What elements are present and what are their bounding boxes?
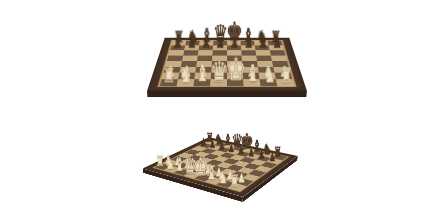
- board-inner-border: ♜♞♝♛♚♝♞♜♟♟♟♟♟♟♟♟♟♟♟♟♟♟♟♟♜♞♝♛♚♝♞♜: [152, 140, 289, 193]
- white-knight: ♞: [262, 64, 276, 85]
- black-pawn: ♟: [230, 37, 239, 50]
- white-bishop: ♝: [245, 62, 260, 85]
- black-pawn: ♟: [247, 147, 254, 158]
- white-rook: ♜: [279, 66, 292, 86]
- board-squares: ♜♞♝♛♚♝♞♜♟♟♟♟♟♟♟♟♟♟♟♟♟♟♟♟♜♞♝♛♚♝♞♜: [154, 140, 287, 191]
- black-pawn: ♟: [258, 149, 265, 160]
- square-h5: [271, 56, 287, 61]
- white-rook: ♜: [155, 153, 165, 168]
- square-h1: ♜: [276, 79, 294, 86]
- white-knight: ♞: [217, 169, 228, 186]
- white-rook: ♜: [162, 66, 175, 86]
- square-d1: ♛: [210, 79, 227, 86]
- black-pawn: ♟: [258, 37, 267, 50]
- square-f1: ♝: [243, 79, 260, 86]
- square-g6: [255, 50, 270, 55]
- square-a1: ♜: [160, 79, 178, 86]
- white-knight: ♞: [178, 64, 192, 85]
- black-pawn: ♟: [272, 37, 281, 50]
- black-pawn: ♟: [216, 37, 225, 50]
- square-a5: [167, 56, 183, 61]
- square-a6: [169, 50, 185, 55]
- black-pawn: ♟: [228, 143, 235, 154]
- black-pawn: ♟: [237, 145, 244, 156]
- white-bishop: ♝: [194, 62, 209, 85]
- black-pawn: ♟: [268, 151, 275, 162]
- square-g1: ♞: [260, 79, 278, 86]
- chess-set-view-2: ♜♞♝♛♚♝♞♜♟♟♟♟♟♟♟♟♟♟♟♟♟♟♟♟♜♞♝♛♚♝♞♜: [118, 92, 328, 221]
- white-rook: ♜: [229, 172, 240, 189]
- square-h6: [270, 50, 286, 55]
- white-king: ♚: [225, 54, 245, 85]
- chess-board: ♜♞♝♛♚♝♞♜♟♟♟♟♟♟♟♟♟♟♟♟♟♟♟♟♜♞♝♛♚♝♞♜: [143, 137, 298, 197]
- board-squares: ♜♞♝♛♚♝♞♜♟♟♟♟♟♟♟♟♟♟♟♟♟♟♟♟♜♞♝♛♚♝♞♜: [160, 41, 294, 86]
- board-inner-border: ♜♞♝♛♚♝♞♜♟♟♟♟♟♟♟♟♟♟♟♟♟♟♟♟♜♞♝♛♚♝♞♜: [157, 40, 296, 87]
- white-bishop: ♝: [205, 164, 217, 183]
- black-pawn: ♟: [201, 37, 210, 50]
- square-e1: ♚: [227, 79, 244, 86]
- black-pawn: ♟: [209, 139, 216, 149]
- black-pawn: ♟: [218, 141, 225, 151]
- black-pawn: ♟: [173, 37, 182, 50]
- square-b6: [183, 50, 198, 55]
- square-b1: ♞: [177, 79, 195, 86]
- product-photo: ♜♞♝♛♚♝♞♜♟♟♟♟♟♟♟♟♟♟♟♟♟♟♟♟♜♞♝♛♚♝♞♜ ♜♞♝♛♚♝♞…: [0, 0, 448, 221]
- black-pawn: ♟: [244, 37, 253, 50]
- chess-board: ♜♞♝♛♚♝♞♜♟♟♟♟♟♟♟♟♟♟♟♟♟♟♟♟♜♞♝♛♚♝♞♜: [147, 38, 307, 91]
- square-c1: ♝: [193, 79, 210, 86]
- black-pawn: ♟: [200, 137, 207, 147]
- black-pawn: ♟: [187, 37, 196, 50]
